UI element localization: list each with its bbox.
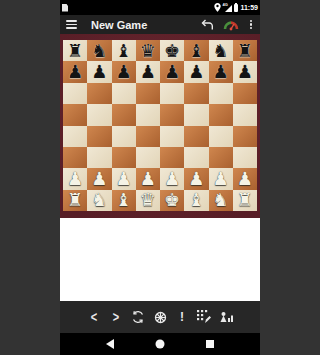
square-b3[interactable] (87, 147, 111, 168)
black-pawn: ♟ (91, 62, 107, 82)
white-knight: ♞ (91, 190, 107, 210)
square-g6[interactable] (209, 83, 233, 104)
black-pawn: ♟ (164, 62, 180, 82)
square-a5[interactable] (63, 104, 87, 125)
square-e7[interactable]: ♟ (160, 61, 184, 82)
black-bishop: ♝ (116, 41, 132, 61)
black-rook: ♜ (237, 41, 253, 61)
square-d3[interactable] (136, 147, 160, 168)
square-h2[interactable]: ♟ (233, 168, 257, 189)
black-knight: ♞ (213, 41, 229, 61)
square-f5[interactable] (184, 104, 208, 125)
square-b5[interactable] (87, 104, 111, 125)
square-a7[interactable]: ♟ (63, 61, 87, 82)
phone-screen: 4G 11:59 New Game (60, 0, 260, 355)
black-rook: ♜ (67, 41, 83, 61)
square-a3[interactable] (63, 147, 87, 168)
square-h5[interactable] (233, 104, 257, 125)
square-e4[interactable] (160, 126, 184, 147)
clock: 11:59 (240, 4, 258, 11)
square-g2[interactable]: ♟ (209, 168, 233, 189)
overflow-icon[interactable] (248, 20, 254, 30)
flip-board-icon[interactable] (131, 309, 145, 325)
square-a6[interactable] (63, 83, 87, 104)
square-f3[interactable] (184, 147, 208, 168)
square-d6[interactable] (136, 83, 160, 104)
square-h3[interactable] (233, 147, 257, 168)
square-g8[interactable]: ♞ (209, 40, 233, 61)
menu-icon[interactable] (66, 20, 77, 29)
white-pawn: ♟ (116, 169, 132, 189)
square-b1[interactable]: ♞ (87, 190, 111, 211)
white-rook: ♜ (67, 190, 83, 210)
white-king: ♚ (164, 190, 180, 210)
square-d5[interactable] (136, 104, 160, 125)
square-f6[interactable] (184, 83, 208, 104)
white-pawn: ♟ (237, 169, 253, 189)
white-pawn: ♟ (67, 169, 83, 189)
black-king: ♚ (164, 41, 180, 61)
square-h4[interactable] (233, 126, 257, 147)
app-bar: New Game (60, 15, 260, 34)
black-pawn: ♟ (213, 62, 229, 82)
location-icon (214, 3, 221, 12)
square-f8[interactable]: ♝ (184, 40, 208, 61)
square-e5[interactable] (160, 104, 184, 125)
white-pawn: ♟ (91, 169, 107, 189)
page-title: New Game (91, 19, 147, 31)
square-c6[interactable] (112, 83, 136, 104)
square-c1[interactable]: ♝ (112, 190, 136, 211)
square-c2[interactable]: ♟ (112, 168, 136, 189)
square-a4[interactable] (63, 126, 87, 147)
board-frame: ♜♞♝♛♚♝♞♜♟♟♟♟♟♟♟♟♟♟♟♟♟♟♟♟♜♞♝♛♚♝♞♜ (60, 34, 260, 218)
signal-4g-icon: 4G (223, 3, 232, 12)
setup-position-icon[interactable] (197, 309, 211, 325)
white-pawn: ♟ (188, 169, 204, 189)
square-a8[interactable]: ♜ (63, 40, 87, 61)
square-b7[interactable]: ♟ (87, 61, 111, 82)
square-f4[interactable] (184, 126, 208, 147)
black-pawn: ♟ (116, 62, 132, 82)
square-b4[interactable] (87, 126, 111, 147)
square-f1[interactable]: ♝ (184, 190, 208, 211)
white-queen: ♛ (140, 190, 156, 210)
back-icon[interactable] (106, 339, 114, 349)
document-notification-icon (62, 4, 68, 12)
square-f2[interactable]: ♟ (184, 168, 208, 189)
chess-board: ♜♞♝♛♚♝♞♜♟♟♟♟♟♟♟♟♟♟♟♟♟♟♟♟♜♞♝♛♚♝♞♜ (63, 40, 257, 211)
square-h6[interactable] (233, 83, 257, 104)
square-c4[interactable] (112, 126, 136, 147)
square-g7[interactable]: ♟ (209, 61, 233, 82)
square-d2[interactable]: ♟ (136, 168, 160, 189)
square-e6[interactable] (160, 83, 184, 104)
square-h7[interactable]: ♟ (233, 61, 257, 82)
square-b6[interactable] (87, 83, 111, 104)
square-c3[interactable] (112, 147, 136, 168)
previous-move-icon[interactable]: < (87, 307, 101, 327)
next-move-icon[interactable]: > (109, 307, 123, 327)
game-toolbar: < > ! (60, 301, 260, 333)
black-pawn: ♟ (67, 62, 83, 82)
home-icon[interactable] (156, 340, 165, 349)
white-bishop: ♝ (116, 190, 132, 210)
square-h8[interactable]: ♜ (233, 40, 257, 61)
white-knight: ♞ (213, 190, 229, 210)
square-c5[interactable] (112, 104, 136, 125)
square-g3[interactable] (209, 147, 233, 168)
black-knight: ♞ (91, 41, 107, 61)
square-g5[interactable] (209, 104, 233, 125)
white-rook: ♜ (237, 190, 253, 210)
recents-icon[interactable] (206, 340, 214, 348)
white-pawn: ♟ (164, 169, 180, 189)
square-b8[interactable]: ♞ (87, 40, 111, 61)
engine-settings-icon[interactable] (153, 309, 167, 325)
square-a1[interactable]: ♜ (63, 190, 87, 211)
black-queen: ♛ (140, 41, 156, 61)
analysis-icon[interactable] (219, 309, 233, 325)
black-bishop: ♝ (188, 41, 204, 61)
square-e2[interactable]: ♟ (160, 168, 184, 189)
square-e1[interactable]: ♚ (160, 190, 184, 211)
square-d1[interactable]: ♛ (136, 190, 160, 211)
square-d7[interactable]: ♟ (136, 61, 160, 82)
square-d4[interactable] (136, 126, 160, 147)
square-g1[interactable]: ♞ (209, 190, 233, 211)
square-e8[interactable]: ♚ (160, 40, 184, 61)
square-b2[interactable]: ♟ (87, 168, 111, 189)
undo-move-icon[interactable] (201, 19, 214, 31)
white-bishop: ♝ (188, 190, 204, 210)
status-bar: 4G 11:59 (60, 0, 260, 15)
square-g4[interactable] (209, 126, 233, 147)
square-h1[interactable]: ♜ (233, 190, 257, 211)
content-panel (60, 218, 260, 301)
square-f7[interactable]: ♟ (184, 61, 208, 82)
white-pawn: ♟ (213, 169, 229, 189)
square-e3[interactable] (160, 147, 184, 168)
square-d8[interactable]: ♛ (136, 40, 160, 61)
black-pawn: ♟ (188, 62, 204, 82)
black-pawn: ♟ (237, 62, 253, 82)
square-c8[interactable]: ♝ (112, 40, 136, 61)
android-nav-bar (60, 333, 260, 355)
black-pawn: ♟ (140, 62, 156, 82)
engine-gauge-icon[interactable] (223, 19, 239, 31)
square-a2[interactable]: ♟ (63, 168, 87, 189)
white-pawn: ♟ (140, 169, 156, 189)
hint-icon[interactable]: ! (175, 309, 189, 325)
square-c7[interactable]: ♟ (112, 61, 136, 82)
battery-icon (234, 4, 238, 12)
